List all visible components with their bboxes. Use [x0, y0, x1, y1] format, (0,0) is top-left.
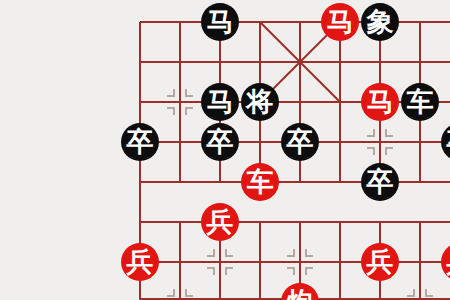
grid-line-vertical	[259, 222, 261, 300]
piece-glyph: 马	[327, 8, 354, 35]
grid-line-vertical	[179, 222, 181, 300]
grid-line-vertical	[419, 222, 421, 300]
piece-glyph: 车	[407, 88, 434, 115]
point-marker-corner	[225, 267, 227, 275]
point-marker-corner	[425, 289, 427, 297]
grid-line-horizontal	[140, 181, 450, 183]
red-cannon-piece[interactable]: 炮	[281, 283, 319, 300]
black-pawn-piece[interactable]: 卒	[361, 163, 399, 201]
point-marker-corner	[293, 249, 295, 257]
grid-line-horizontal	[140, 261, 450, 263]
point-marker-corner	[373, 147, 375, 155]
red-pawn-piece[interactable]: 兵	[441, 243, 450, 281]
grid-line-vertical	[179, 22, 181, 182]
grid-line-horizontal	[140, 221, 450, 223]
point-marker-corner	[173, 107, 175, 115]
piece-glyph: 象	[367, 8, 394, 35]
piece-glyph: 马	[207, 88, 234, 115]
point-marker-corner	[385, 147, 387, 155]
xiangqi-board[interactable]: 马马象马将马车卒卒卒卒车卒兵兵兵兵炮	[0, 0, 450, 300]
piece-glyph: 卒	[367, 168, 394, 195]
point-marker-corner	[185, 289, 187, 297]
point-marker-corner	[385, 129, 387, 137]
piece-glyph: 卒	[287, 128, 314, 155]
grid-line-vertical	[339, 222, 341, 300]
red-pawn-piece[interactable]: 兵	[361, 243, 399, 281]
point-marker-corner	[305, 267, 307, 275]
point-marker-corner	[213, 267, 215, 275]
black-pawn-piece[interactable]: 卒	[121, 123, 159, 161]
black-horse-piece[interactable]: 马	[201, 83, 239, 121]
black-general-piece[interactable]: 将	[241, 83, 279, 121]
point-marker-corner	[373, 129, 375, 137]
black-elephant-piece[interactable]: 象	[361, 3, 399, 41]
piece-glyph: 兵	[367, 248, 394, 275]
point-marker-corner	[293, 267, 295, 275]
point-marker-corner	[173, 89, 175, 97]
piece-glyph: 卒	[207, 128, 234, 155]
point-marker-corner	[305, 249, 307, 257]
red-horse-piece[interactable]: 马	[321, 3, 359, 41]
piece-glyph: 卒	[127, 128, 154, 155]
point-marker-corner	[225, 249, 227, 257]
piece-glyph: 马	[207, 8, 234, 35]
black-pawn-piece[interactable]: 卒	[441, 123, 450, 161]
point-marker-corner	[213, 249, 215, 257]
piece-glyph: 兵	[207, 208, 234, 235]
red-pawn-piece[interactable]: 兵	[201, 203, 239, 241]
piece-glyph: 马	[367, 88, 394, 115]
piece-glyph: 兵	[127, 248, 154, 275]
point-marker-corner	[413, 289, 415, 297]
piece-glyph: 炮	[287, 288, 314, 300]
point-marker-corner	[185, 107, 187, 115]
red-horse-piece[interactable]: 马	[361, 83, 399, 121]
black-pawn-piece[interactable]: 卒	[201, 123, 239, 161]
piece-glyph: 兵	[447, 248, 450, 275]
piece-glyph: 车	[247, 168, 274, 195]
piece-glyph: 卒	[447, 128, 450, 155]
red-pawn-piece[interactable]: 兵	[121, 243, 159, 281]
point-marker-corner	[173, 289, 175, 297]
black-chariot-piece[interactable]: 车	[401, 83, 439, 121]
piece-glyph: 将	[247, 88, 274, 115]
point-marker-corner	[185, 89, 187, 97]
red-chariot-piece[interactable]: 车	[241, 163, 279, 201]
black-horse-piece[interactable]: 马	[201, 3, 239, 41]
black-pawn-piece[interactable]: 卒	[281, 123, 319, 161]
